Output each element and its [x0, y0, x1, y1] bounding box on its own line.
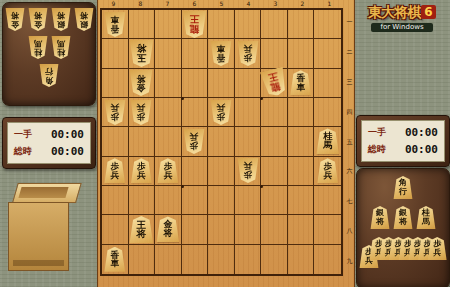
- square-92[interactable]: [102, 39, 129, 68]
- square-24[interactable]: [288, 98, 315, 127]
- piece-歩兵-sente[interactable]: 歩兵: [104, 158, 126, 183]
- square-77[interactable]: [155, 186, 182, 215]
- rank-label-7: 七: [346, 187, 353, 217]
- piece-金将-gote[interactable]: 金将: [5, 8, 25, 31]
- square-59[interactable]: [208, 245, 235, 274]
- sente-clock: 一手 00:00 総時 00:00: [356, 115, 450, 167]
- rank-label-3: 三: [346, 68, 353, 98]
- square-18[interactable]: [314, 215, 341, 244]
- piece-銀将-sente[interactable]: 銀将: [393, 206, 413, 229]
- square-44[interactable]: [235, 98, 262, 127]
- square-98[interactable]: [102, 215, 129, 244]
- piece-香車-gote[interactable]: 香車: [210, 41, 232, 66]
- square-66[interactable]: [182, 157, 209, 186]
- gote-hand-row-2: 桂馬桂馬: [3, 36, 95, 59]
- square-58[interactable]: [208, 215, 235, 244]
- gote-total-time-label: 総時: [14, 145, 32, 158]
- square-73[interactable]: [155, 69, 182, 98]
- gote-total-time: 00:00: [51, 145, 84, 158]
- square-43[interactable]: [235, 69, 262, 98]
- square-22[interactable]: [288, 39, 315, 68]
- square-35[interactable]: [261, 127, 288, 156]
- square-69[interactable]: [182, 245, 209, 274]
- sente-move-time: 00:00: [405, 126, 438, 139]
- piece-歩兵-gote[interactable]: 歩兵: [104, 100, 126, 125]
- square-82[interactable]: 玉将: [129, 39, 156, 68]
- square-32[interactable]: [261, 39, 288, 68]
- file-label-1: 1: [316, 0, 343, 8]
- square-85[interactable]: [129, 127, 156, 156]
- square-17[interactable]: [314, 186, 341, 215]
- app-logo: 東大将棋6 for Windows: [356, 2, 448, 36]
- square-14[interactable]: [314, 98, 341, 127]
- piece-金将-sente[interactable]: 金将: [156, 216, 180, 242]
- rank-label-8: 八: [346, 216, 353, 246]
- square-11[interactable]: [314, 10, 341, 39]
- square-96[interactable]: 歩兵: [102, 157, 129, 186]
- square-36[interactable]: [261, 157, 288, 186]
- hoshi-dot: [181, 97, 184, 100]
- piece-桂馬-sente[interactable]: 桂馬: [416, 206, 436, 229]
- square-76[interactable]: 歩兵: [155, 157, 182, 186]
- square-16[interactable]: 歩兵: [314, 157, 341, 186]
- square-68[interactable]: [182, 215, 209, 244]
- square-97[interactable]: [102, 186, 129, 215]
- square-54[interactable]: 歩兵: [208, 98, 235, 127]
- sente-move-time-label: 一手: [368, 126, 386, 139]
- piece-金将-gote[interactable]: 金将: [28, 8, 48, 31]
- square-47[interactable]: [235, 186, 262, 215]
- gote-move-time-label: 一手: [14, 128, 32, 141]
- gote-clock-face: 一手 00:00 総時 00:00: [7, 122, 91, 164]
- piece-角行-gote[interactable]: 角行: [39, 64, 59, 87]
- piece-銀将-gote[interactable]: 銀将: [51, 8, 71, 31]
- square-12[interactable]: [314, 39, 341, 68]
- file-label-5: 5: [208, 0, 235, 8]
- square-91[interactable]: 香車: [102, 10, 129, 39]
- square-25[interactable]: [288, 127, 315, 156]
- square-71[interactable]: [155, 10, 182, 39]
- square-42[interactable]: 歩兵: [235, 39, 262, 68]
- square-31[interactable]: [261, 10, 288, 39]
- square-75[interactable]: [155, 127, 182, 156]
- square-39[interactable]: [261, 245, 288, 274]
- rank-label-9: 九: [346, 246, 353, 276]
- app-logo-version: 6: [421, 5, 435, 19]
- gote-move-time: 00:00: [51, 128, 84, 141]
- app-logo-title: 東大将棋: [368, 4, 420, 20]
- rank-coordinates: 一二三四五六七八九: [346, 8, 353, 276]
- piece-歩兵-gote[interactable]: 歩兵: [210, 100, 232, 125]
- file-coordinates: 987654321: [100, 0, 343, 8]
- square-27[interactable]: [288, 186, 315, 215]
- square-84[interactable]: 歩兵: [129, 98, 156, 127]
- piece-歩兵-sente[interactable]: 歩兵: [317, 158, 339, 183]
- piece-銀将-gote[interactable]: 銀将: [74, 8, 94, 31]
- square-63[interactable]: [182, 69, 209, 98]
- piece-歩兵-gote[interactable]: 歩兵: [183, 129, 205, 154]
- file-label-6: 6: [181, 0, 208, 8]
- piece-box-front: [8, 202, 69, 271]
- piece-玉将-gote[interactable]: 玉将: [129, 40, 154, 67]
- sente-hand-pawn-fan: 歩兵歩兵歩兵歩兵歩兵歩兵歩兵歩兵: [357, 233, 449, 271]
- square-83[interactable]: 金将: [129, 69, 156, 98]
- square-49[interactable]: [235, 245, 262, 274]
- square-79[interactable]: [155, 245, 182, 274]
- sente-clock-face: 一手 00:00 総時 00:00: [361, 120, 445, 162]
- empty-piece-box: [8, 183, 76, 271]
- square-89[interactable]: [129, 245, 156, 274]
- square-21[interactable]: [288, 10, 315, 39]
- square-52[interactable]: 香車: [208, 39, 235, 68]
- square-37[interactable]: [261, 186, 288, 215]
- file-label-8: 8: [127, 0, 154, 8]
- square-78[interactable]: 金将: [155, 215, 182, 244]
- piece-桂馬-gote[interactable]: 桂馬: [51, 36, 71, 59]
- piece-歩兵-gote[interactable]: 歩兵: [237, 41, 259, 66]
- square-72[interactable]: [155, 39, 182, 68]
- sente-hand-row-2: 銀将銀将桂馬: [357, 206, 449, 229]
- game-window: 金将金将銀将銀将桂馬桂馬角行 一手 00:00 総時 00:00 9876543…: [0, 0, 450, 287]
- gote-captured-tray: 金将金将銀将銀将桂馬桂馬角行: [2, 2, 96, 106]
- square-87[interactable]: [129, 186, 156, 215]
- square-65[interactable]: 歩兵: [182, 127, 209, 156]
- square-15[interactable]: 桂馬: [314, 127, 341, 156]
- file-label-2: 2: [289, 0, 316, 8]
- square-67[interactable]: [182, 186, 209, 215]
- square-48[interactable]: [235, 215, 262, 244]
- file-label-3: 3: [262, 0, 289, 8]
- rank-label-6: 六: [346, 157, 353, 187]
- gote-clock: 一手 00:00 総時 00:00: [2, 117, 96, 169]
- piece-角行-sente[interactable]: 角行: [393, 176, 413, 199]
- sente-captured-tray: 角行銀将銀将桂馬歩兵歩兵歩兵歩兵歩兵歩兵歩兵歩兵: [356, 168, 450, 287]
- piece-歩兵-gote[interactable]: 歩兵: [130, 100, 152, 125]
- gote-hand-row-3: 角行: [3, 64, 95, 87]
- square-41[interactable]: [235, 10, 262, 39]
- square-45[interactable]: [235, 127, 262, 156]
- square-33[interactable]: 龍王: [261, 69, 288, 98]
- square-62[interactable]: [182, 39, 209, 68]
- sente-total-time-label: 総時: [368, 143, 386, 156]
- file-label-9: 9: [100, 0, 127, 8]
- piece-歩兵-sente[interactable]: 歩兵: [157, 158, 179, 183]
- square-61[interactable]: 龍王: [182, 10, 209, 39]
- rank-label-2: 二: [346, 38, 353, 68]
- square-55[interactable]: [208, 127, 235, 156]
- hoshi-dot: [181, 185, 184, 188]
- square-64[interactable]: [182, 98, 209, 127]
- square-53[interactable]: [208, 69, 235, 98]
- square-88[interactable]: 王将: [129, 215, 156, 244]
- square-34[interactable]: [261, 98, 288, 127]
- square-94[interactable]: 歩兵: [102, 98, 129, 127]
- rank-label-1: 一: [346, 8, 353, 38]
- square-46[interactable]: 歩兵: [235, 157, 262, 186]
- piece-王将-sente[interactable]: 王将: [129, 216, 154, 243]
- piece-box-opening: [18, 187, 68, 198]
- rank-label-4: 四: [346, 97, 353, 127]
- piece-歩兵-sente[interactable]: 歩兵: [130, 158, 152, 183]
- piece-歩兵-gote[interactable]: 歩兵: [237, 158, 259, 183]
- piece-金将-gote[interactable]: 金将: [129, 70, 153, 96]
- square-56[interactable]: [208, 157, 235, 186]
- square-81[interactable]: [129, 10, 156, 39]
- square-38[interactable]: [261, 215, 288, 244]
- square-93[interactable]: [102, 69, 129, 98]
- piece-龍王-gote[interactable]: 龍王: [182, 11, 207, 38]
- piece-桂馬-sente[interactable]: 桂馬: [316, 128, 340, 154]
- square-74[interactable]: [155, 98, 182, 127]
- piece-香車-gote[interactable]: 香車: [104, 12, 126, 37]
- square-13[interactable]: [314, 69, 341, 98]
- piece-龍王-gote[interactable]: 龍王: [259, 67, 290, 99]
- square-86[interactable]: 歩兵: [129, 157, 156, 186]
- board-grid[interactable]: 香車龍王玉将香車歩兵金将龍王香車歩兵歩兵歩兵歩兵桂馬歩兵歩兵歩兵歩兵歩兵王将金将…: [100, 8, 343, 276]
- gote-hand-row-1: 金将金将銀将銀将: [3, 8, 95, 31]
- square-99[interactable]: 香車: [102, 245, 129, 274]
- square-26[interactable]: [288, 157, 315, 186]
- piece-香車-sente[interactable]: 香車: [104, 247, 126, 272]
- square-51[interactable]: [208, 10, 235, 39]
- piece-銀将-sente[interactable]: 銀将: [370, 206, 390, 229]
- square-57[interactable]: [208, 186, 235, 215]
- square-29[interactable]: [288, 245, 315, 274]
- piece-香車-sente[interactable]: 香車: [290, 70, 312, 95]
- rank-label-5: 五: [346, 127, 353, 157]
- file-label-7: 7: [154, 0, 181, 8]
- file-label-4: 4: [235, 0, 262, 8]
- square-23[interactable]: 香車: [288, 69, 315, 98]
- square-19[interactable]: [314, 245, 341, 274]
- sente-hand-row-1: 角行: [357, 176, 449, 199]
- piece-桂馬-gote[interactable]: 桂馬: [28, 36, 48, 59]
- sente-total-time: 00:00: [405, 143, 438, 156]
- square-28[interactable]: [288, 215, 315, 244]
- square-95[interactable]: [102, 127, 129, 156]
- app-logo-subtitle: for Windows: [371, 23, 433, 32]
